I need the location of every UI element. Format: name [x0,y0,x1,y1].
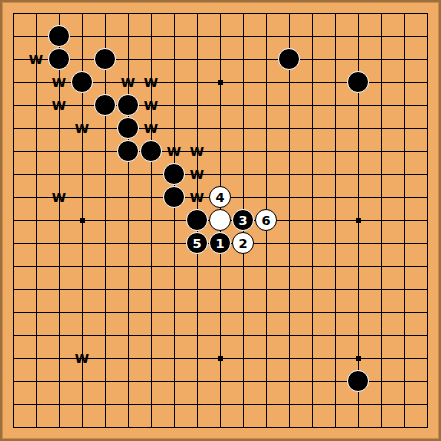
point-1-10[interactable] [2,209,25,232]
point-14-19[interactable] [301,416,324,439]
point-1-11[interactable] [2,232,25,255]
point-2-19[interactable] [25,416,48,439]
point-5-7[interactable] [94,140,117,163]
point-6-18[interactable] [117,393,140,416]
point-3-11[interactable] [48,232,71,255]
point-4-11[interactable] [71,232,94,255]
point-1-14[interactable] [2,301,25,324]
point-13-9[interactable] [278,186,301,209]
point-13-14[interactable] [278,301,301,324]
point-18-1[interactable] [393,2,416,25]
point-17-1[interactable] [370,2,393,25]
point-14-14[interactable] [301,301,324,324]
point-7-12[interactable] [140,255,163,278]
point-16-4[interactable] [347,71,370,94]
point-17-13[interactable] [370,278,393,301]
point-5-10[interactable] [94,209,117,232]
point-8-1[interactable] [163,2,186,25]
point-13-19[interactable] [278,416,301,439]
point-18-11[interactable] [393,232,416,255]
point-12-14[interactable] [255,301,278,324]
point-6-14[interactable] [117,301,140,324]
point-5-17[interactable] [94,370,117,393]
point-9-1[interactable] [186,2,209,25]
point-4-5[interactable] [71,94,94,117]
point-3-15[interactable] [48,324,71,347]
point-7-18[interactable] [140,393,163,416]
point-4-9[interactable] [71,186,94,209]
point-2-4[interactable] [25,71,48,94]
point-14-11[interactable] [301,232,324,255]
point-19-15[interactable] [416,324,439,347]
point-18-8[interactable] [393,163,416,186]
point-2-1[interactable] [25,2,48,25]
point-4-12[interactable] [71,255,94,278]
point-6-12[interactable] [117,255,140,278]
point-10-15[interactable] [209,324,232,347]
point-15-14[interactable] [324,301,347,324]
point-10-17[interactable] [209,370,232,393]
point-3-17[interactable] [48,370,71,393]
point-1-6[interactable] [2,117,25,140]
point-2-9[interactable] [25,186,48,209]
point-11-12[interactable] [232,255,255,278]
point-7-10[interactable] [140,209,163,232]
point-14-6[interactable] [301,117,324,140]
point-8-7[interactable]: W [163,140,186,163]
point-11-14[interactable] [232,301,255,324]
point-5-16[interactable] [94,347,117,370]
point-9-17[interactable] [186,370,209,393]
point-5-9[interactable] [94,186,117,209]
point-15-11[interactable] [324,232,347,255]
point-6-15[interactable] [117,324,140,347]
point-12-10[interactable]: 6 [255,209,278,232]
point-11-16[interactable] [232,347,255,370]
point-15-13[interactable] [324,278,347,301]
point-19-13[interactable] [416,278,439,301]
point-3-6[interactable] [48,117,71,140]
point-11-19[interactable] [232,416,255,439]
point-3-12[interactable] [48,255,71,278]
point-18-18[interactable] [393,393,416,416]
point-12-11[interactable] [255,232,278,255]
point-12-8[interactable] [255,163,278,186]
point-16-15[interactable] [347,324,370,347]
point-14-2[interactable] [301,25,324,48]
point-12-13[interactable] [255,278,278,301]
point-5-4[interactable] [94,71,117,94]
point-2-10[interactable] [25,209,48,232]
point-8-12[interactable] [163,255,186,278]
point-6-17[interactable] [117,370,140,393]
point-4-2[interactable] [71,25,94,48]
point-17-9[interactable] [370,186,393,209]
point-6-5[interactable] [117,94,140,117]
point-15-4[interactable] [324,71,347,94]
point-7-7[interactable] [140,140,163,163]
point-9-11[interactable]: 5 [186,232,209,255]
point-11-15[interactable] [232,324,255,347]
point-1-1[interactable] [2,2,25,25]
point-3-2[interactable] [48,25,71,48]
point-1-16[interactable] [2,347,25,370]
point-5-11[interactable] [94,232,117,255]
point-7-4[interactable]: W [140,71,163,94]
point-16-11[interactable] [347,232,370,255]
point-13-15[interactable] [278,324,301,347]
point-16-3[interactable] [347,48,370,71]
point-5-19[interactable] [94,416,117,439]
point-15-3[interactable] [324,48,347,71]
point-12-1[interactable] [255,2,278,25]
point-17-18[interactable] [370,393,393,416]
point-11-9[interactable] [232,186,255,209]
point-15-12[interactable] [324,255,347,278]
point-18-6[interactable] [393,117,416,140]
point-14-4[interactable] [301,71,324,94]
point-11-8[interactable] [232,163,255,186]
point-18-3[interactable] [393,48,416,71]
point-19-6[interactable] [416,117,439,140]
point-16-17[interactable] [347,370,370,393]
point-6-19[interactable] [117,416,140,439]
point-7-8[interactable] [140,163,163,186]
point-10-16[interactable] [209,347,232,370]
point-19-5[interactable] [416,94,439,117]
point-11-4[interactable] [232,71,255,94]
point-9-7[interactable]: W [186,140,209,163]
point-17-12[interactable] [370,255,393,278]
point-14-16[interactable] [301,347,324,370]
point-17-5[interactable] [370,94,393,117]
point-17-8[interactable] [370,163,393,186]
point-8-18[interactable] [163,393,186,416]
point-3-4[interactable]: W [48,71,71,94]
point-6-2[interactable] [117,25,140,48]
point-18-12[interactable] [393,255,416,278]
point-5-15[interactable] [94,324,117,347]
point-8-14[interactable] [163,301,186,324]
point-16-2[interactable] [347,25,370,48]
point-7-6[interactable]: W [140,117,163,140]
point-16-5[interactable] [347,94,370,117]
point-4-13[interactable] [71,278,94,301]
point-14-3[interactable] [301,48,324,71]
point-12-15[interactable] [255,324,278,347]
point-1-18[interactable] [2,393,25,416]
point-1-15[interactable] [2,324,25,347]
point-17-19[interactable] [370,416,393,439]
point-19-18[interactable] [416,393,439,416]
point-15-7[interactable] [324,140,347,163]
point-9-15[interactable] [186,324,209,347]
point-6-10[interactable] [117,209,140,232]
point-17-11[interactable] [370,232,393,255]
point-7-5[interactable]: W [140,94,163,117]
point-9-16[interactable] [186,347,209,370]
point-3-18[interactable] [48,393,71,416]
point-8-10[interactable] [163,209,186,232]
point-19-17[interactable] [416,370,439,393]
point-17-4[interactable] [370,71,393,94]
point-5-8[interactable] [94,163,117,186]
point-16-9[interactable] [347,186,370,209]
point-9-5[interactable] [186,94,209,117]
point-1-5[interactable] [2,94,25,117]
point-5-12[interactable] [94,255,117,278]
point-17-2[interactable] [370,25,393,48]
point-12-12[interactable] [255,255,278,278]
point-11-17[interactable] [232,370,255,393]
point-15-18[interactable] [324,393,347,416]
point-19-1[interactable] [416,2,439,25]
point-8-15[interactable] [163,324,186,347]
point-8-2[interactable] [163,25,186,48]
point-4-7[interactable] [71,140,94,163]
point-16-16[interactable] [347,347,370,370]
point-11-13[interactable] [232,278,255,301]
point-2-12[interactable] [25,255,48,278]
point-18-5[interactable] [393,94,416,117]
point-18-4[interactable] [393,71,416,94]
point-7-14[interactable] [140,301,163,324]
point-10-8[interactable] [209,163,232,186]
point-17-10[interactable] [370,209,393,232]
point-8-3[interactable] [163,48,186,71]
point-9-18[interactable] [186,393,209,416]
point-15-2[interactable] [324,25,347,48]
point-16-18[interactable] [347,393,370,416]
point-19-19[interactable] [416,416,439,439]
point-7-17[interactable] [140,370,163,393]
point-15-19[interactable] [324,416,347,439]
point-2-18[interactable] [25,393,48,416]
point-10-3[interactable] [209,48,232,71]
point-13-1[interactable] [278,2,301,25]
point-2-6[interactable] [25,117,48,140]
point-16-19[interactable] [347,416,370,439]
point-14-18[interactable] [301,393,324,416]
point-7-2[interactable] [140,25,163,48]
point-11-18[interactable] [232,393,255,416]
point-18-16[interactable] [393,347,416,370]
point-9-10[interactable] [186,209,209,232]
point-19-12[interactable] [416,255,439,278]
point-3-8[interactable] [48,163,71,186]
point-19-16[interactable] [416,347,439,370]
point-9-9[interactable]: W [186,186,209,209]
point-9-4[interactable] [186,71,209,94]
point-16-6[interactable] [347,117,370,140]
point-7-1[interactable] [140,2,163,25]
point-4-18[interactable] [71,393,94,416]
point-13-17[interactable] [278,370,301,393]
point-15-16[interactable] [324,347,347,370]
point-2-16[interactable] [25,347,48,370]
point-14-9[interactable] [301,186,324,209]
point-7-9[interactable] [140,186,163,209]
point-16-14[interactable] [347,301,370,324]
point-13-13[interactable] [278,278,301,301]
point-8-13[interactable] [163,278,186,301]
point-17-17[interactable] [370,370,393,393]
point-13-5[interactable] [278,94,301,117]
point-2-13[interactable] [25,278,48,301]
point-5-18[interactable] [94,393,117,416]
point-3-10[interactable] [48,209,71,232]
point-12-7[interactable] [255,140,278,163]
point-2-8[interactable] [25,163,48,186]
point-9-3[interactable] [186,48,209,71]
point-4-3[interactable] [71,48,94,71]
point-13-18[interactable] [278,393,301,416]
point-2-17[interactable] [25,370,48,393]
point-11-5[interactable] [232,94,255,117]
point-5-6[interactable] [94,117,117,140]
point-10-11[interactable]: 1 [209,232,232,255]
point-11-10[interactable]: 3 [232,209,255,232]
point-4-17[interactable] [71,370,94,393]
point-19-7[interactable] [416,140,439,163]
point-12-5[interactable] [255,94,278,117]
point-4-14[interactable] [71,301,94,324]
point-16-13[interactable] [347,278,370,301]
point-7-11[interactable] [140,232,163,255]
point-6-1[interactable] [117,2,140,25]
point-11-11[interactable]: 2 [232,232,255,255]
point-15-6[interactable] [324,117,347,140]
point-3-9[interactable]: W [48,186,71,209]
point-10-4[interactable] [209,71,232,94]
point-18-19[interactable] [393,416,416,439]
point-19-11[interactable] [416,232,439,255]
point-1-7[interactable] [2,140,25,163]
point-9-13[interactable] [186,278,209,301]
point-9-2[interactable] [186,25,209,48]
point-14-7[interactable] [301,140,324,163]
point-2-2[interactable] [25,25,48,48]
point-14-1[interactable] [301,2,324,25]
point-4-1[interactable] [71,2,94,25]
point-4-19[interactable] [71,416,94,439]
point-15-9[interactable] [324,186,347,209]
point-5-13[interactable] [94,278,117,301]
point-13-8[interactable] [278,163,301,186]
point-9-8[interactable]: W [186,163,209,186]
point-1-4[interactable] [2,71,25,94]
point-6-11[interactable] [117,232,140,255]
point-18-17[interactable] [393,370,416,393]
point-15-5[interactable] [324,94,347,117]
point-11-1[interactable] [232,2,255,25]
point-18-7[interactable] [393,140,416,163]
point-8-19[interactable] [163,416,186,439]
point-3-7[interactable] [48,140,71,163]
point-10-6[interactable] [209,117,232,140]
point-19-9[interactable] [416,186,439,209]
point-11-2[interactable] [232,25,255,48]
point-4-4[interactable] [71,71,94,94]
point-16-1[interactable] [347,2,370,25]
point-7-16[interactable] [140,347,163,370]
point-11-6[interactable] [232,117,255,140]
point-17-16[interactable] [370,347,393,370]
point-13-6[interactable] [278,117,301,140]
point-19-8[interactable] [416,163,439,186]
point-10-7[interactable] [209,140,232,163]
point-3-5[interactable]: W [48,94,71,117]
point-19-14[interactable] [416,301,439,324]
point-17-3[interactable] [370,48,393,71]
point-2-14[interactable] [25,301,48,324]
point-13-16[interactable] [278,347,301,370]
point-8-5[interactable] [163,94,186,117]
point-12-17[interactable] [255,370,278,393]
point-16-7[interactable] [347,140,370,163]
point-5-3[interactable] [94,48,117,71]
point-8-16[interactable] [163,347,186,370]
point-18-2[interactable] [393,25,416,48]
point-19-4[interactable] [416,71,439,94]
point-13-7[interactable] [278,140,301,163]
point-14-10[interactable] [301,209,324,232]
point-1-13[interactable] [2,278,25,301]
point-3-13[interactable] [48,278,71,301]
point-10-12[interactable] [209,255,232,278]
point-6-3[interactable] [117,48,140,71]
point-14-13[interactable] [301,278,324,301]
point-19-2[interactable] [416,25,439,48]
point-18-15[interactable] [393,324,416,347]
point-17-14[interactable] [370,301,393,324]
point-3-3[interactable] [48,48,71,71]
point-6-9[interactable] [117,186,140,209]
point-9-12[interactable] [186,255,209,278]
point-12-2[interactable] [255,25,278,48]
point-10-13[interactable] [209,278,232,301]
point-1-2[interactable] [2,25,25,48]
point-14-8[interactable] [301,163,324,186]
point-13-2[interactable] [278,25,301,48]
point-12-4[interactable] [255,71,278,94]
point-8-6[interactable] [163,117,186,140]
point-14-17[interactable] [301,370,324,393]
point-5-14[interactable] [94,301,117,324]
point-4-10[interactable] [71,209,94,232]
point-14-15[interactable] [301,324,324,347]
point-12-3[interactable] [255,48,278,71]
point-9-6[interactable] [186,117,209,140]
point-18-10[interactable] [393,209,416,232]
point-8-4[interactable] [163,71,186,94]
point-2-7[interactable] [25,140,48,163]
point-11-7[interactable] [232,140,255,163]
point-17-7[interactable] [370,140,393,163]
point-4-6[interactable]: W [71,117,94,140]
point-1-12[interactable] [2,255,25,278]
point-12-18[interactable] [255,393,278,416]
point-18-14[interactable] [393,301,416,324]
point-15-1[interactable] [324,2,347,25]
point-15-15[interactable] [324,324,347,347]
point-11-3[interactable] [232,48,255,71]
point-6-13[interactable] [117,278,140,301]
point-1-8[interactable] [2,163,25,186]
point-16-10[interactable] [347,209,370,232]
point-1-19[interactable] [2,416,25,439]
point-3-1[interactable] [48,2,71,25]
